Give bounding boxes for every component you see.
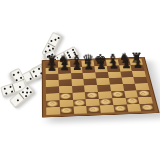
domino-pip <box>57 37 60 40</box>
checker-piece <box>61 107 72 113</box>
domino-pip <box>49 40 52 43</box>
checker-piece <box>127 98 138 104</box>
domino-pip <box>29 91 32 94</box>
domino-pip <box>15 99 18 102</box>
board-cell <box>86 106 100 114</box>
board-cell <box>85 92 99 99</box>
domino-pip <box>25 91 28 94</box>
checker-piece <box>112 91 123 97</box>
product-photo-scene: ♜♞♝♛♚♝♞♜♟♟♟♟♟♟♟♟ <box>0 0 160 160</box>
board-cell <box>60 107 74 115</box>
board-cell <box>58 79 71 86</box>
domino-pip <box>25 87 28 90</box>
checker-piece <box>86 92 97 98</box>
board-cell <box>73 106 87 114</box>
domino-pip <box>37 67 40 70</box>
board-cell <box>140 104 155 112</box>
domino-pip <box>53 38 56 41</box>
domino-pip <box>73 53 76 56</box>
domino-pip <box>24 95 27 98</box>
board-cell <box>96 78 110 85</box>
checker-piece <box>141 104 153 110</box>
domino-pip <box>16 71 19 74</box>
checker-piece <box>48 101 59 107</box>
checker-piece <box>138 90 149 96</box>
board-cell <box>100 105 115 113</box>
board-cell <box>46 107 60 115</box>
domino-pip <box>46 55 49 58</box>
board-cell <box>135 83 149 90</box>
checker-piece <box>88 106 99 112</box>
board-cell <box>84 85 98 92</box>
domino-pip <box>20 91 23 94</box>
domino-pip <box>46 45 49 48</box>
domino-pip <box>31 70 34 73</box>
domino-pip <box>10 91 13 94</box>
domino-pip <box>12 73 15 76</box>
board-perspective-wrap: ♜♞♝♛♚♝♞♜♟♟♟♟♟♟♟♟ <box>42 57 160 118</box>
domino-pip <box>18 85 21 88</box>
domino-pip <box>4 93 7 96</box>
checker-piece <box>115 105 126 111</box>
checker-piece <box>100 99 111 105</box>
checker-piece <box>60 93 71 99</box>
domino-pip <box>34 75 37 78</box>
board-cell <box>113 105 128 113</box>
domino-pip <box>2 87 5 90</box>
domino-pip <box>29 78 32 81</box>
checker-piece <box>74 100 85 106</box>
chess-board: ♜♞♝♛♚♝♞♜♟♟♟♟♟♟♟♟ <box>42 57 160 118</box>
domino-pip <box>9 85 12 88</box>
